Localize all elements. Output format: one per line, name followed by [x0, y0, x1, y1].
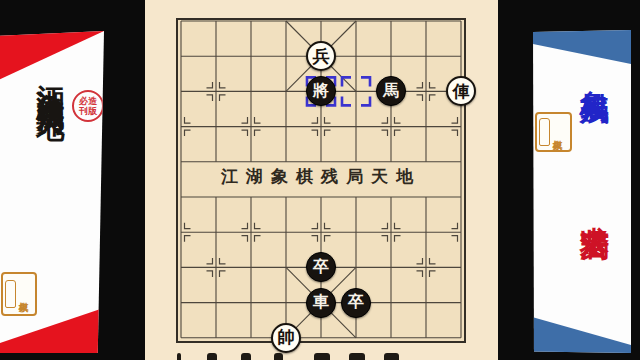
piece-red-general[interactable]: 帥: [271, 323, 301, 353]
cropped-glyph-fragment: [274, 353, 283, 360]
right-banner-title: 象棋残局: [575, 67, 615, 75]
seal-vase-icon: [539, 118, 550, 146]
xiangqi-board[interactable]: 江湖象棋残局天地 兵將馬俥卒車卒帥: [176, 18, 466, 343]
piece-red-chariot[interactable]: 俥: [446, 76, 476, 106]
right-banner: 象棋残局 求贤若渴 象棋: [533, 30, 631, 353]
cropped-glyph-fragment: [384, 353, 399, 360]
xiangqi-seal-icon: 象棋: [1, 272, 37, 316]
piece-black-chariot[interactable]: 車: [306, 288, 336, 318]
round-seal-icon: 必造刊版: [72, 90, 104, 122]
cropped-glyph-fragment: [241, 353, 251, 360]
left-banner-title: 江湖象棋残局天地: [31, 63, 69, 95]
cropped-glyph-fragment: [349, 353, 365, 360]
right-banner-subtitle: 求贤若渴: [575, 203, 615, 211]
left-banner: 江湖象棋残局天地 必造刊版 象棋: [0, 31, 104, 353]
board-mat: 江湖象棋残局天地 兵將馬俥卒車卒帥: [145, 0, 498, 360]
cropped-glyph-fragment: [177, 353, 181, 360]
xiangqi-seal-icon: 象棋: [535, 112, 572, 152]
round-seal-text: 必造刊版: [77, 96, 99, 116]
cropped-glyph-fragment: [314, 353, 330, 360]
river-text: 江湖象棋残局天地: [176, 165, 466, 188]
right-banner-blue-ribbon-bottom: [533, 30, 631, 353]
app-window: 江湖象棋残局天地 兵將馬俥卒車卒帥 江湖象棋残局天地 必造刊版 象棋 象棋残局 …: [0, 0, 640, 360]
cropped-glyph-fragment: [207, 353, 217, 360]
right-banner-blue-ribbon-top: [533, 30, 631, 353]
seal-vase-icon: [5, 280, 16, 308]
piece-red-soldier[interactable]: 兵: [306, 41, 336, 71]
piece-black-soldier[interactable]: 卒: [341, 288, 371, 318]
